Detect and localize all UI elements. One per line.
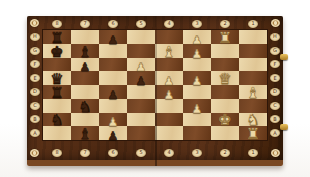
piece-wQ: ♛ (218, 72, 231, 87)
coordinate-label: 8 (43, 18, 71, 29)
piece-wP: ♟ (192, 75, 203, 87)
coordinate-label: C (269, 99, 281, 113)
coordinate-label: H (269, 30, 281, 44)
coordinate-medallion: 5 (136, 149, 146, 157)
coordinate-label: 3 (183, 147, 211, 158)
square-d4: ♟ (155, 85, 183, 99)
square-h5 (127, 30, 155, 44)
coordinate-strip-left: HGFEDCBA (29, 30, 41, 140)
square-e4: ♟ (155, 71, 183, 85)
square-f7: ♟ (71, 58, 99, 72)
square-h3: ♟ (183, 30, 211, 44)
square-f6 (99, 58, 127, 72)
square-h6: ♟ (99, 30, 127, 44)
square-d1: ♝ (239, 85, 267, 99)
piece-wR: ♜ (218, 31, 231, 46)
square-e6 (99, 71, 127, 85)
coordinate-medallion: B (30, 115, 40, 123)
piece-wP: ♟ (108, 116, 119, 128)
square-b8: ♞ (43, 113, 71, 127)
square-f1 (239, 58, 267, 72)
square-g5 (127, 44, 155, 58)
coordinate-medallion: C (30, 102, 40, 110)
piece-wK: ♚ (218, 113, 231, 128)
coordinate-medallion: 7 (80, 149, 90, 157)
coordinate-label: B (29, 113, 41, 127)
coordinate-label: F (269, 58, 281, 72)
brass-clasp (280, 124, 288, 130)
coordinate-medallion: 1 (248, 20, 258, 28)
square-f5: ♟ (127, 58, 155, 72)
coordinate-medallion: G (270, 47, 280, 55)
chess-board: 87654321 87654321 HGFEDCBA HGFEDCBA ♜♟♟♜… (27, 16, 283, 166)
coordinate-label: 5 (127, 147, 155, 158)
piece-bB: ♝ (78, 127, 91, 142)
square-a5 (127, 126, 155, 140)
product-photo-scene: 87654321 87654321 HGFEDCBA HGFEDCBA ♜♟♟♜… (0, 0, 310, 177)
square-d7 (71, 85, 99, 99)
square-a1: ♜ (239, 126, 267, 140)
square-b5 (127, 113, 155, 127)
coordinate-medallion: 4 (164, 20, 174, 28)
coordinate-label: 6 (99, 147, 127, 158)
square-a6: ♟ (99, 126, 127, 140)
coordinate-label: C (29, 99, 41, 113)
coordinate-label: 8 (43, 147, 71, 158)
coordinate-medallion: C (270, 102, 280, 110)
coordinate-label: 7 (71, 147, 99, 158)
corner-rosette (30, 149, 39, 157)
coordinate-medallion: A (30, 129, 40, 137)
coordinate-label: 4 (155, 18, 183, 29)
piece-bP: ♟ (136, 75, 147, 87)
piece-wR: ♜ (246, 127, 259, 142)
square-g4: ♝ (155, 44, 183, 58)
piece-wB: ♝ (246, 86, 259, 101)
coordinate-medallion: 6 (108, 149, 118, 157)
square-h7 (71, 30, 99, 44)
piece-wP: ♟ (164, 75, 175, 87)
coordinate-medallion: F (30, 60, 40, 68)
square-h8: ♜ (43, 30, 71, 44)
coordinate-medallion: B (270, 115, 280, 123)
coordinate-label: 6 (99, 18, 127, 29)
coordinate-label: E (29, 71, 41, 85)
coordinate-medallion: D (270, 88, 280, 96)
coordinate-label: 2 (211, 147, 239, 158)
coordinate-label: G (29, 44, 41, 58)
coordinate-label: 7 (71, 18, 99, 29)
coordinate-medallion: E (270, 74, 280, 82)
coordinate-label: A (29, 126, 41, 140)
square-b6: ♟ (99, 113, 127, 127)
coordinate-medallion: H (30, 33, 40, 41)
coordinate-label: 5 (127, 18, 155, 29)
square-g8: ♚ (43, 44, 71, 58)
corner-rosette (271, 19, 280, 27)
coordinate-medallion: G (30, 47, 40, 55)
coordinate-label: 1 (239, 147, 267, 158)
piece-bP: ♟ (108, 34, 119, 46)
piece-bK: ♚ (50, 45, 63, 60)
brass-clasp (280, 54, 288, 60)
piece-wB: ♝ (162, 45, 175, 60)
coordinate-label: D (269, 85, 281, 99)
coordinate-strip-right: HGFEDCBA (269, 30, 281, 140)
corner-rosette (30, 19, 39, 27)
coordinate-medallion: 3 (192, 20, 202, 28)
piece-bN: ♞ (78, 100, 91, 115)
square-e2: ♛ (211, 71, 239, 85)
piece-wP: ♟ (192, 103, 203, 115)
coordinate-medallion: H (270, 33, 280, 41)
coordinate-medallion: 2 (220, 149, 230, 157)
piece-bN: ♞ (50, 113, 63, 128)
piece-bP: ♟ (108, 130, 119, 142)
coordinate-label: H (29, 30, 41, 44)
coordinate-medallion: 3 (192, 149, 202, 157)
coordinate-medallion: 6 (108, 20, 118, 28)
coordinate-medallion: 7 (80, 20, 90, 28)
piece-wP: ♟ (192, 34, 203, 46)
coordinate-medallion: 2 (220, 20, 230, 28)
piece-bR: ♜ (50, 86, 63, 101)
piece-bP: ♟ (108, 89, 119, 101)
fold-seam (155, 16, 157, 166)
corner-rosette (271, 149, 280, 157)
square-g7: ♝ (71, 44, 99, 58)
square-e3: ♟ (183, 71, 211, 85)
coordinate-medallion: 8 (52, 149, 62, 157)
square-d6: ♟ (99, 85, 127, 99)
square-h2: ♜ (211, 30, 239, 44)
coordinate-medallion: 5 (136, 20, 146, 28)
square-e1 (239, 71, 267, 85)
square-h1 (239, 30, 267, 44)
coordinate-medallion: 8 (52, 20, 62, 28)
coordinate-medallion: E (30, 74, 40, 82)
coordinate-label: E (269, 71, 281, 85)
piece-wP: ♟ (136, 61, 147, 73)
coordinate-label: F (29, 58, 41, 72)
coordinate-label: 4 (155, 147, 183, 158)
square-d8: ♜ (43, 85, 71, 99)
square-a7: ♝ (71, 126, 99, 140)
square-c7: ♞ (71, 99, 99, 113)
coordinate-medallion: D (30, 88, 40, 96)
square-a3 (183, 126, 211, 140)
coordinate-medallion: 4 (164, 149, 174, 157)
coordinate-medallion: F (270, 60, 280, 68)
piece-wP: ♟ (192, 48, 203, 60)
square-e5: ♟ (127, 71, 155, 85)
coordinate-label: 2 (211, 18, 239, 29)
coordinate-label: 1 (239, 18, 267, 29)
coordinate-medallion: A (270, 129, 280, 137)
square-g1 (239, 44, 267, 58)
square-c5 (127, 99, 155, 113)
piece-bB: ♝ (78, 45, 91, 60)
piece-wP: ♟ (164, 89, 175, 101)
coordinate-label: D (29, 85, 41, 99)
square-b2: ♚ (211, 113, 239, 127)
square-e8: ♛ (43, 71, 71, 85)
square-b4 (155, 113, 183, 127)
coordinate-medallion: 1 (248, 149, 258, 157)
square-c3: ♟ (183, 99, 211, 113)
coordinate-label: 3 (183, 18, 211, 29)
square-h4 (155, 30, 183, 44)
square-a4 (155, 126, 183, 140)
piece-bP: ♟ (80, 61, 91, 73)
